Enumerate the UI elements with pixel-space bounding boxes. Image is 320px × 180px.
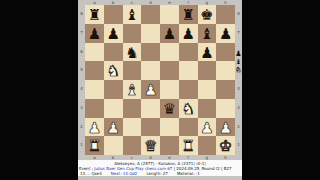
piece-white-rook: ♜	[181, 137, 194, 155]
piece-white-king: ♚	[219, 137, 232, 155]
square-b4[interactable]	[104, 80, 123, 99]
square-c8[interactable]: ♝	[123, 5, 142, 24]
square-a2[interactable]: ♟	[85, 118, 104, 137]
captured-pieces-tray: ♟♝♘	[235, 50, 243, 74]
square-f7[interactable]: ♟	[179, 24, 198, 43]
piece-white-queen: ♛	[144, 137, 157, 155]
rank-label-1: 1	[78, 136, 85, 155]
rank-label-3: 3	[78, 99, 85, 118]
square-b8[interactable]	[104, 5, 123, 24]
square-a8[interactable]: ♜	[85, 5, 104, 24]
square-d5[interactable]	[141, 61, 160, 80]
captured-black-bishop: ♝	[235, 58, 241, 66]
square-g4[interactable]	[198, 80, 217, 99]
piece-black-pawn: ♟	[163, 25, 176, 43]
rank-label-6: 6	[78, 43, 85, 62]
piece-white-pawn: ♟	[144, 81, 157, 99]
square-e1[interactable]	[160, 136, 179, 155]
square-a6[interactable]	[85, 43, 104, 62]
square-f5[interactable]	[179, 61, 198, 80]
piece-white-pawn: ♟	[106, 119, 119, 137]
square-d4[interactable]: ♟	[141, 80, 160, 99]
piece-white-bishop: ♝	[125, 81, 138, 99]
square-g2[interactable]: ♟	[198, 118, 217, 137]
bottom-border-strip	[78, 176, 242, 180]
rank-labels-right: 87654321	[235, 5, 242, 155]
square-d1[interactable]: ♛	[141, 136, 160, 155]
square-f1[interactable]: ♜	[179, 136, 198, 155]
square-b5[interactable]: ♞	[104, 61, 123, 80]
square-h4[interactable]	[216, 80, 235, 99]
square-b2[interactable]: ♟	[104, 118, 123, 137]
square-a4[interactable]	[85, 80, 104, 99]
rank-label-7: 7	[235, 24, 242, 43]
piece-black-bishop: ♝	[125, 6, 138, 24]
square-h6[interactable]	[216, 43, 235, 62]
square-e8[interactable]	[160, 5, 179, 24]
square-h5[interactable]	[216, 61, 235, 80]
square-b1[interactable]	[104, 136, 123, 155]
square-h7[interactable]: ♟	[216, 24, 235, 43]
piece-white-pawn: ♟	[219, 119, 232, 137]
square-g8[interactable]: ♚	[198, 5, 217, 24]
captured-white-knight: ♘	[235, 66, 241, 74]
square-c3[interactable]	[123, 99, 142, 118]
square-e5[interactable]	[160, 61, 179, 80]
square-c6[interactable]: ♞	[123, 43, 142, 62]
rank-labels-left: 87654321	[78, 5, 85, 155]
square-g3[interactable]	[198, 99, 217, 118]
rank-label-2: 2	[78, 118, 85, 137]
square-c5[interactable]	[123, 61, 142, 80]
piece-white-rook: ♜	[88, 137, 101, 155]
captured-black-pawn: ♟	[235, 50, 241, 58]
rank-label-8: 8	[235, 5, 242, 24]
square-e2[interactable]	[160, 118, 179, 137]
square-d6[interactable]	[141, 43, 160, 62]
game-info-caption: Alekseyev, A (2577) - Kuliukov, A (2371)…	[78, 160, 242, 176]
piece-black-queen: ♛	[163, 100, 176, 118]
letterbox-left	[0, 0, 78, 180]
chess-panel: abcdefgh 87654321 ♜♝♜♚♟♟♟♟♝♟♞♟♞♝♟♛♞♟♟♟♟♜…	[78, 0, 242, 180]
square-g1[interactable]	[198, 136, 217, 155]
rank-label-7: 7	[78, 24, 85, 43]
piece-black-pawn: ♟	[181, 25, 194, 43]
square-f2[interactable]	[179, 118, 198, 137]
square-e3[interactable]: ♛	[160, 99, 179, 118]
square-b6[interactable]	[104, 43, 123, 62]
piece-black-rook: ♜	[181, 6, 194, 24]
square-c2[interactable]	[123, 118, 142, 137]
square-d3[interactable]	[141, 99, 160, 118]
square-a3[interactable]	[85, 99, 104, 118]
square-d2[interactable]	[141, 118, 160, 137]
piece-black-pawn: ♟	[106, 25, 119, 43]
square-e7[interactable]: ♟	[160, 24, 179, 43]
rank-label-2: 2	[235, 118, 242, 137]
piece-black-knight: ♞	[125, 44, 138, 62]
piece-black-pawn: ♟	[200, 44, 213, 62]
square-d8[interactable]	[141, 5, 160, 24]
square-d7[interactable]	[141, 24, 160, 43]
square-a5[interactable]	[85, 61, 104, 80]
square-c4[interactable]: ♝	[123, 80, 142, 99]
square-h1[interactable]: ♚	[216, 136, 235, 155]
piece-black-bishop: ♝	[200, 25, 213, 43]
piece-black-pawn: ♟	[219, 25, 232, 43]
rank-label-4: 4	[78, 80, 85, 99]
square-a1[interactable]: ♜	[85, 136, 104, 155]
square-g6[interactable]: ♟	[198, 43, 217, 62]
square-c7[interactable]	[123, 24, 142, 43]
square-e6[interactable]	[160, 43, 179, 62]
square-e4[interactable]	[160, 80, 179, 99]
piece-black-king: ♚	[200, 6, 213, 24]
piece-black-pawn: ♟	[88, 25, 101, 43]
rank-label-4: 4	[235, 80, 242, 99]
piece-white-pawn: ♟	[200, 119, 213, 137]
square-h8[interactable]	[216, 5, 235, 24]
piece-black-rook: ♜	[88, 6, 101, 24]
rank-label-8: 8	[78, 5, 85, 24]
square-c1[interactable]	[123, 136, 142, 155]
square-a7[interactable]: ♟	[85, 24, 104, 43]
square-h3[interactable]	[216, 99, 235, 118]
square-b3[interactable]	[104, 99, 123, 118]
square-f4[interactable]	[179, 80, 198, 99]
square-f6[interactable]	[179, 43, 198, 62]
rank-label-5: 5	[78, 61, 85, 80]
rank-label-3: 3	[235, 99, 242, 118]
rank-label-1: 1	[235, 136, 242, 155]
piece-white-knight: ♞	[106, 62, 119, 80]
piece-white-pawn: ♟	[88, 119, 101, 137]
square-g5[interactable]	[198, 61, 217, 80]
square-h2[interactable]: ♟	[216, 118, 235, 137]
square-b7[interactable]: ♟	[104, 24, 123, 43]
board: ♜♝♜♚♟♟♟♟♝♟♞♟♞♝♟♛♞♟♟♟♟♜♛♜♚	[85, 5, 235, 155]
square-f3[interactable]: ♞	[179, 99, 198, 118]
piece-white-knight: ♞	[181, 100, 194, 118]
letterbox-right	[242, 0, 320, 180]
square-f8[interactable]: ♜	[179, 5, 198, 24]
square-g7[interactable]: ♝	[198, 24, 217, 43]
